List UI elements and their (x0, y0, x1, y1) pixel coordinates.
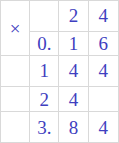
cell-r4c4 (88, 86, 118, 111)
cell-r2c3: 1 (59, 31, 88, 55)
product-row: 3. 8 4 (1, 112, 119, 143)
cell-r3c3: 4 (59, 56, 88, 87)
cell-r3c2: 1 (30, 56, 59, 87)
cell-r2c4: 6 (88, 31, 118, 55)
cell-r4c2: 2 (30, 86, 59, 111)
cell-r3c4: 4 (88, 56, 118, 87)
worksheet: × 2 4 0. 1 6 1 4 4 2 4 3. 8 4 (0, 0, 119, 143)
cell-r3c1 (1, 56, 30, 87)
partial-product-row-2: 2 4 (1, 86, 119, 111)
cell-r4c1 (1, 86, 30, 111)
cell-r4c3: 4 (59, 86, 88, 111)
cell-r5c3: 8 (59, 112, 88, 143)
cell-r1c2 (30, 1, 59, 32)
multiplication-grid: × 2 4 0. 1 6 1 4 4 2 4 3. 8 4 (0, 0, 119, 143)
cell-r5c4: 4 (88, 112, 118, 143)
cell-r1c3: 2 (59, 1, 88, 32)
partial-product-row-1: 1 4 4 (1, 56, 119, 87)
multiply-operator-cell: × (1, 1, 30, 56)
cell-r5c1 (1, 112, 30, 143)
cell-r5c2: 3. (30, 112, 59, 143)
cell-r2c2: 0. (30, 31, 59, 55)
cell-r1c4: 4 (88, 1, 118, 32)
multiplicand-row: × 2 4 (1, 1, 119, 32)
